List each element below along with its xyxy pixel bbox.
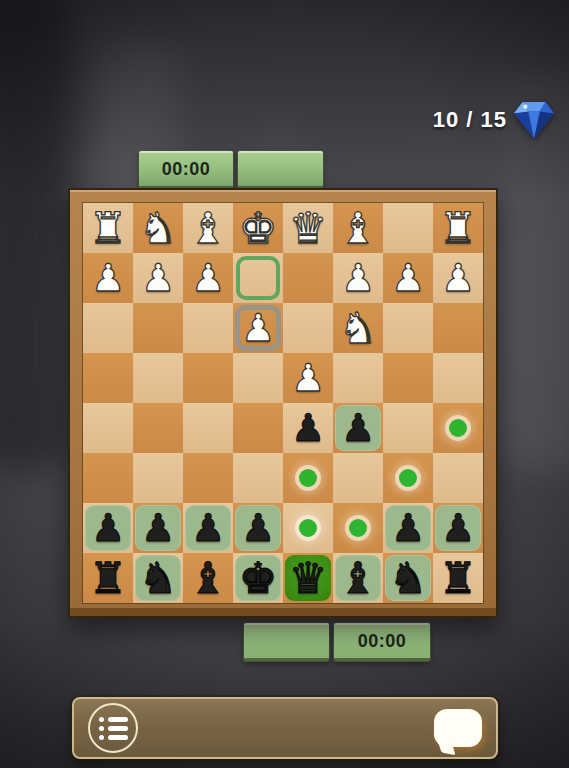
square-e6[interactable]: [233, 453, 283, 503]
square-e8[interactable]: ♚: [233, 553, 283, 603]
gem-counter-text: 10 / 15: [433, 107, 507, 133]
white-player-clock-secondary: [238, 151, 323, 189]
black-king: ♚: [239, 557, 278, 600]
square-c5[interactable]: ♟: [333, 403, 383, 453]
black-pawn: ♟: [141, 509, 175, 547]
square-f5[interactable]: [183, 403, 233, 453]
legal-move-dot[interactable]: [449, 419, 467, 437]
white-pawn: ♟: [391, 259, 425, 297]
black-pawn: ♟: [391, 509, 425, 547]
white-rook: ♜: [439, 207, 478, 250]
square-a8[interactable]: ♜: [433, 553, 483, 603]
black-pawn: ♟: [241, 509, 275, 547]
legal-move-dot[interactable]: [349, 519, 367, 537]
square-b1[interactable]: [383, 203, 433, 253]
white-pawn: ♟: [141, 259, 175, 297]
square-f6[interactable]: [183, 453, 233, 503]
square-d6[interactable]: [283, 453, 333, 503]
square-c7[interactable]: [333, 503, 383, 553]
square-c6[interactable]: [333, 453, 383, 503]
bottom-action-bar: [72, 697, 498, 759]
square-g7[interactable]: ♟: [133, 503, 183, 553]
white-player-clock: 00:00: [139, 151, 233, 189]
white-rook: ♜: [89, 207, 128, 250]
square-h7[interactable]: ♟: [83, 503, 133, 553]
square-f4[interactable]: [183, 353, 233, 403]
square-g1[interactable]: ♞: [133, 203, 183, 253]
black-pawn: ♟: [91, 509, 125, 547]
square-h8[interactable]: ♜: [83, 553, 133, 603]
white-queen: ♛: [289, 207, 328, 250]
black-rook: ♜: [439, 557, 478, 600]
square-f3[interactable]: [183, 303, 233, 353]
square-h1[interactable]: ♜: [83, 203, 133, 253]
square-d3[interactable]: [283, 303, 333, 353]
black-pawn: ♟: [191, 509, 225, 547]
square-b3[interactable]: [383, 303, 433, 353]
square-e7[interactable]: ♟: [233, 503, 283, 553]
square-d5[interactable]: ♟: [283, 403, 333, 453]
black-pawn: ♟: [341, 409, 375, 447]
square-g2[interactable]: ♟: [133, 253, 183, 303]
list-menu-icon: [99, 717, 128, 740]
square-d1[interactable]: ♛: [283, 203, 333, 253]
square-b5[interactable]: [383, 403, 433, 453]
square-b4[interactable]: [383, 353, 433, 403]
white-knight: ♞: [139, 207, 178, 250]
square-h4[interactable]: [83, 353, 133, 403]
square-e5[interactable]: [233, 403, 283, 453]
square-g5[interactable]: [133, 403, 183, 453]
square-f1[interactable]: ♝: [183, 203, 233, 253]
square-c8[interactable]: ♝: [333, 553, 383, 603]
black-rook: ♜: [89, 557, 128, 600]
square-h5[interactable]: [83, 403, 133, 453]
square-a5[interactable]: [433, 403, 483, 453]
square-c3[interactable]: ♞: [333, 303, 383, 353]
square-d8[interactable]: ♛: [283, 553, 333, 603]
white-knight: ♞: [339, 307, 378, 350]
square-h6[interactable]: [83, 453, 133, 503]
black-knight: ♞: [389, 557, 428, 600]
square-a2[interactable]: ♟: [433, 253, 483, 303]
chat-button[interactable]: [434, 709, 482, 747]
black-pawn: ♟: [441, 509, 475, 547]
black-player-clock-secondary: [244, 623, 329, 661]
white-bishop: ♝: [189, 207, 228, 250]
white-pawn: ♟: [191, 259, 225, 297]
black-pawn: ♟: [291, 409, 325, 447]
square-b7[interactable]: ♟: [383, 503, 433, 553]
square-e2[interactable]: [233, 253, 283, 303]
square-e4[interactable]: [233, 353, 283, 403]
black-queen: ♛: [289, 557, 328, 600]
white-pawn: ♟: [441, 259, 475, 297]
square-g8[interactable]: ♞: [133, 553, 183, 603]
white-pawn: ♟: [341, 259, 375, 297]
square-b2[interactable]: ♟: [383, 253, 433, 303]
board-frame: ♜♞♝♚♛♝♜♟♟♟♟♟♟♟♞♟♟♟♟♟♟♟♟♟♜♞♝♚♛♝♞♜: [68, 188, 498, 618]
chess-board: ♜♞♝♚♛♝♜♟♟♟♟♟♟♟♞♟♟♟♟♟♟♟♟♟♜♞♝♚♛♝♞♜: [83, 203, 483, 603]
menu-button[interactable]: [88, 703, 138, 753]
black-bishop: ♝: [189, 557, 228, 600]
square-c2[interactable]: ♟: [333, 253, 383, 303]
last-move-from-outline: [236, 256, 280, 300]
square-e3[interactable]: ♟: [233, 303, 283, 353]
square-a7[interactable]: ♟: [433, 503, 483, 553]
square-h2[interactable]: ♟: [83, 253, 133, 303]
square-c1[interactable]: ♝: [333, 203, 383, 253]
square-a6[interactable]: [433, 453, 483, 503]
square-d7[interactable]: [283, 503, 333, 553]
square-c4[interactable]: [333, 353, 383, 403]
square-e1[interactable]: ♚: [233, 203, 283, 253]
square-b6[interactable]: [383, 453, 433, 503]
white-king: ♚: [239, 207, 278, 250]
square-d4[interactable]: ♟: [283, 353, 333, 403]
square-g4[interactable]: [133, 353, 183, 403]
square-a4[interactable]: [433, 353, 483, 403]
gem-icon: [513, 100, 555, 140]
black-bishop: ♝: [339, 557, 378, 600]
square-a3[interactable]: [433, 303, 483, 353]
white-bishop: ♝: [339, 207, 378, 250]
white-pawn: ♟: [91, 259, 125, 297]
black-knight: ♞: [139, 557, 178, 600]
square-b8[interactable]: ♞: [383, 553, 433, 603]
square-f8[interactable]: ♝: [183, 553, 233, 603]
square-a1[interactable]: ♜: [433, 203, 483, 253]
square-g6[interactable]: [133, 453, 183, 503]
square-f7[interactable]: ♟: [183, 503, 233, 553]
square-h3[interactable]: [83, 303, 133, 353]
white-pawn: ♟: [241, 309, 275, 347]
square-g3[interactable]: [133, 303, 183, 353]
legal-move-dot[interactable]: [299, 519, 317, 537]
white-pawn: ♟: [291, 359, 325, 397]
black-player-clock: 00:00: [334, 623, 430, 661]
gem-counter: 10 / 15: [405, 98, 555, 142]
legal-move-dot[interactable]: [299, 469, 317, 487]
square-d2[interactable]: [283, 253, 333, 303]
square-f2[interactable]: ♟: [183, 253, 233, 303]
legal-move-dot[interactable]: [399, 469, 417, 487]
